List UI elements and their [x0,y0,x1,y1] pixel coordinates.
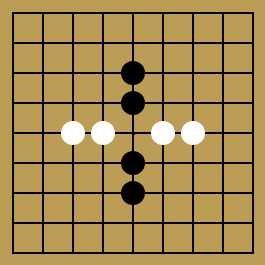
intersection-B3[interactable] [28,178,58,208]
intersection-A4[interactable] [0,148,28,178]
intersection-B9[interactable] [28,0,58,28]
intersection-H7[interactable] [208,58,238,88]
intersection-G5[interactable] [178,118,208,148]
intersection-F8[interactable] [148,28,178,58]
intersection-B5[interactable] [28,118,58,148]
intersection-H9[interactable] [208,0,238,28]
intersection-F6[interactable] [148,88,178,118]
intersection-D1[interactable] [88,238,118,265]
intersection-D8[interactable] [88,28,118,58]
intersection-E4[interactable] [118,148,148,178]
intersection-J3[interactable] [238,178,265,208]
intersection-F2[interactable] [148,208,178,238]
intersection-G4[interactable] [178,148,208,178]
intersection-A5[interactable] [0,118,28,148]
intersection-F9[interactable] [148,0,178,28]
intersection-G9[interactable] [178,0,208,28]
intersection-A9[interactable] [0,0,28,28]
intersection-C8[interactable] [58,28,88,58]
tengen-point [132,132,135,135]
intersection-A6[interactable] [0,88,28,118]
intersection-D6[interactable] [88,88,118,118]
intersection-E2[interactable] [118,208,148,238]
intersection-H8[interactable] [208,28,238,58]
intersection-C9[interactable] [58,0,88,28]
intersection-H2[interactable] [208,208,238,238]
intersection-F7[interactable] [148,58,178,88]
intersection-F4[interactable] [148,148,178,178]
intersection-D2[interactable] [88,208,118,238]
intersection-D7[interactable] [88,58,118,88]
intersection-C6[interactable] [58,88,88,118]
white-stone [61,121,85,145]
intersection-H4[interactable] [208,148,238,178]
intersection-H5[interactable] [208,118,238,148]
intersection-H1[interactable] [208,238,238,265]
intersection-G6[interactable] [178,88,208,118]
intersection-E5[interactable] [118,118,148,148]
white-stone [91,121,115,145]
intersection-J1[interactable] [238,238,265,265]
intersection-J9[interactable] [238,0,265,28]
intersection-D5[interactable] [88,118,118,148]
intersection-B4[interactable] [28,148,58,178]
intersection-G7[interactable] [178,58,208,88]
intersection-G2[interactable] [178,208,208,238]
intersection-C3[interactable] [58,178,88,208]
intersection-G8[interactable] [178,28,208,58]
intersection-J7[interactable] [238,58,265,88]
intersection-A8[interactable] [0,28,28,58]
intersection-C1[interactable] [58,238,88,265]
intersection-J5[interactable] [238,118,265,148]
white-stone [151,121,175,145]
intersection-A1[interactable] [0,238,28,265]
intersection-E7[interactable] [118,58,148,88]
intersection-E6[interactable] [118,88,148,118]
intersection-H6[interactable] [208,88,238,118]
intersection-J4[interactable] [238,148,265,178]
intersection-F3[interactable] [148,178,178,208]
intersection-C4[interactable] [58,148,88,178]
intersection-J6[interactable] [238,88,265,118]
intersection-B8[interactable] [28,28,58,58]
intersection-D3[interactable] [88,178,118,208]
intersection-D4[interactable] [88,148,118,178]
intersection-G1[interactable] [178,238,208,265]
intersection-F5[interactable] [148,118,178,148]
intersection-E3[interactable] [118,178,148,208]
intersection-C5[interactable] [58,118,88,148]
intersection-F1[interactable] [148,238,178,265]
white-stone [181,121,205,145]
intersection-H3[interactable] [208,178,238,208]
intersection-C2[interactable] [58,208,88,238]
black-stone [121,181,145,205]
intersection-A3[interactable] [0,178,28,208]
intersection-B1[interactable] [28,238,58,265]
board-intersections [0,0,265,265]
intersection-B6[interactable] [28,88,58,118]
intersection-B7[interactable] [28,58,58,88]
intersection-G3[interactable] [178,178,208,208]
intersection-B2[interactable] [28,208,58,238]
go-board [0,0,265,265]
black-stone [121,151,145,175]
intersection-A7[interactable] [0,58,28,88]
black-stone [121,91,145,115]
intersection-E9[interactable] [118,0,148,28]
intersection-J2[interactable] [238,208,265,238]
intersection-E1[interactable] [118,238,148,265]
intersection-C7[interactable] [58,58,88,88]
intersection-D9[interactable] [88,0,118,28]
intersection-A2[interactable] [0,208,28,238]
black-stone [121,61,145,85]
intersection-J8[interactable] [238,28,265,58]
intersection-E8[interactable] [118,28,148,58]
